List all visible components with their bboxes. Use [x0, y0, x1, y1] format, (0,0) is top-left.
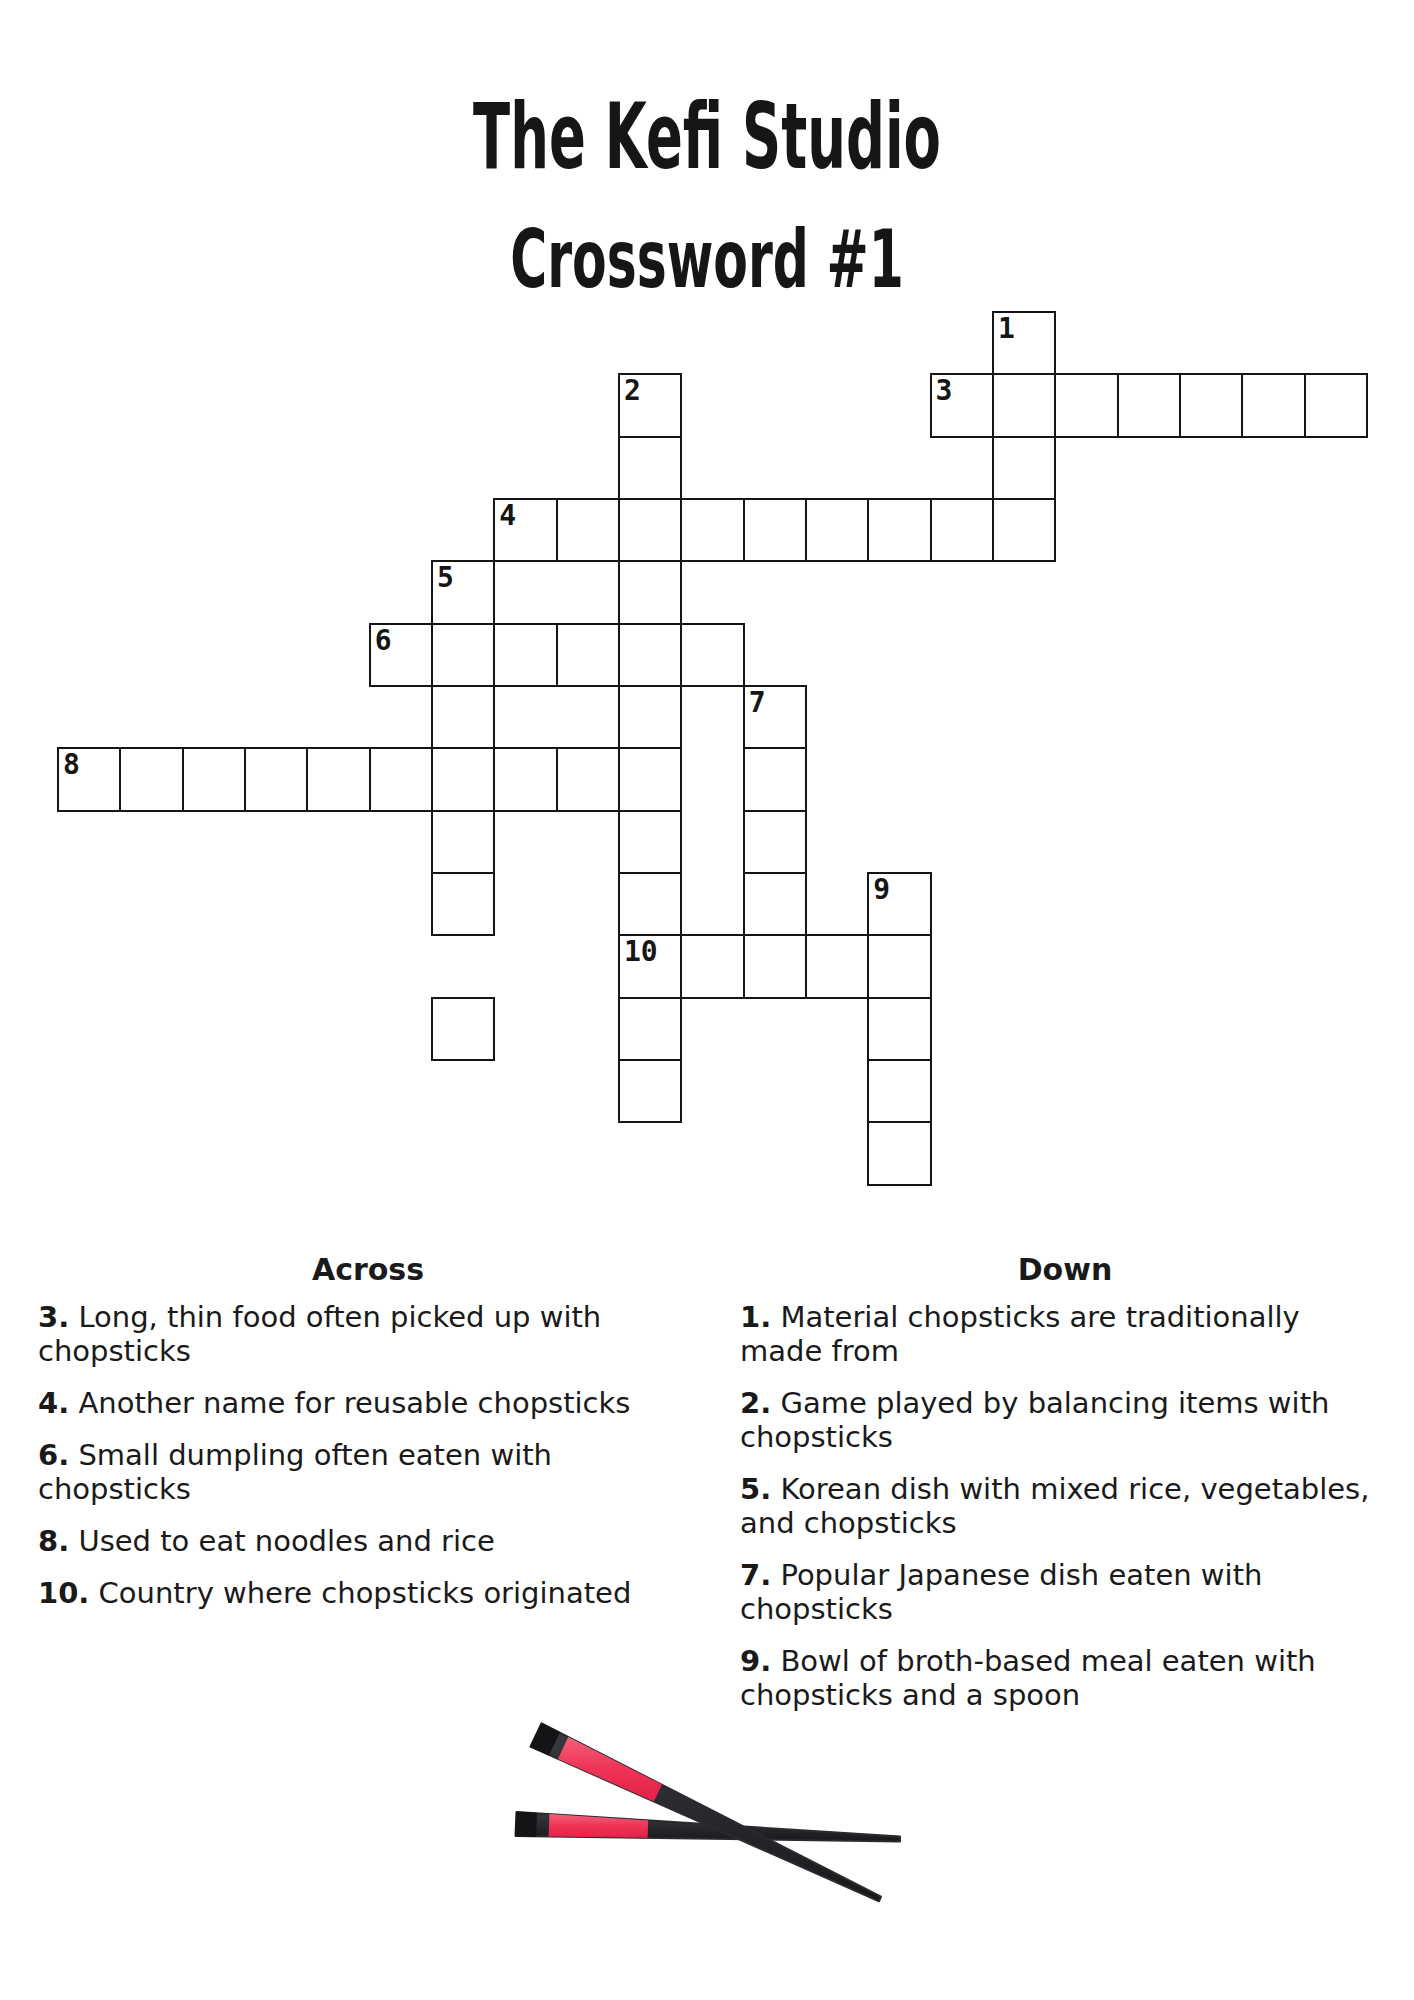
grid-cell[interactable]: 6 [369, 623, 433, 687]
grid-cell[interactable] [680, 934, 744, 998]
down-clues-section: Down 1. Material chopsticks are traditio… [740, 1252, 1390, 1730]
clue-text: Material chopsticks are traditionally ma… [740, 1300, 1300, 1368]
grid-cell[interactable] [618, 997, 682, 1061]
grid-cell[interactable]: 2 [618, 373, 682, 437]
cell-number: 8 [63, 750, 80, 780]
grid-cell[interactable] [244, 747, 308, 811]
grid-cell[interactable] [618, 872, 682, 936]
grid-cell[interactable] [556, 747, 620, 811]
grid-cell[interactable] [369, 747, 433, 811]
grid-cell[interactable] [743, 747, 807, 811]
grid-cell[interactable] [119, 747, 183, 811]
grid-cell[interactable] [618, 436, 682, 500]
grid-cell[interactable] [431, 623, 495, 687]
clue-across-10: 10. Country where chopsticks originated [38, 1576, 698, 1610]
cell-number: 2 [624, 376, 641, 406]
grid-cell[interactable] [618, 498, 682, 562]
grid-cell[interactable] [1304, 373, 1368, 437]
grid-cell[interactable] [306, 747, 370, 811]
grid-cell[interactable]: 3 [930, 373, 994, 437]
grid-cell[interactable] [431, 810, 495, 874]
grid-cell[interactable] [743, 934, 807, 998]
down-header: Down [740, 1252, 1390, 1287]
clue-down-1: 1. Material chopsticks are traditionally… [740, 1300, 1390, 1368]
grid-cell[interactable] [680, 498, 744, 562]
grid-cell[interactable] [867, 997, 931, 1061]
grid-cell[interactable] [743, 872, 807, 936]
cell-number: 4 [499, 501, 516, 531]
clue-number: 10. [38, 1576, 89, 1610]
grid-cell[interactable] [431, 997, 495, 1061]
grid-cell[interactable] [930, 498, 994, 562]
grid-cell[interactable]: 8 [57, 747, 121, 811]
clue-text: Another name for reusable chopsticks [78, 1386, 630, 1420]
clue-number: 9. [740, 1644, 771, 1678]
grid-cell[interactable] [431, 747, 495, 811]
grid-cell[interactable] [493, 747, 557, 811]
clue-text: Used to eat noodles and rice [78, 1524, 494, 1558]
clue-number: 3. [38, 1300, 69, 1334]
clue-number: 5. [740, 1472, 771, 1506]
across-clues-section: Across 3. Long, thin food often picked u… [38, 1252, 698, 1628]
clue-down-5: 5. Korean dish with mixed rice, vegetabl… [740, 1472, 1390, 1540]
grid-cell[interactable] [618, 623, 682, 687]
chopstick-upper [530, 1723, 881, 1901]
grid-cell[interactable] [867, 1059, 931, 1123]
grid-cell[interactable] [618, 560, 682, 624]
grid-cell[interactable] [992, 498, 1056, 562]
cell-number: 1 [998, 314, 1015, 344]
grid-cell[interactable]: 10 [618, 934, 682, 998]
grid-cell[interactable] [431, 872, 495, 936]
clue-text: Game played by balancing items with chop… [740, 1386, 1329, 1454]
page-subtitle: Crossword #1 [71, 220, 1344, 300]
grid-cell[interactable] [867, 498, 931, 562]
grid-cell[interactable] [1117, 373, 1181, 437]
clue-across-4: 4. Another name for reusable chopsticks [38, 1386, 698, 1420]
grid-cell[interactable] [182, 747, 246, 811]
grid-cell[interactable] [867, 934, 931, 998]
clue-down-2: 2. Game played by balancing items with c… [740, 1386, 1390, 1454]
grid-cell[interactable] [556, 498, 620, 562]
across-header: Across [38, 1252, 698, 1287]
clue-text: Korean dish with mixed rice, vegetables,… [740, 1472, 1369, 1540]
chopsticks-illustration [450, 1690, 950, 1970]
grid-cell[interactable] [1054, 373, 1118, 437]
clue-across-6: 6. Small dumpling often eaten with chops… [38, 1438, 698, 1506]
clue-number: 8. [38, 1524, 69, 1558]
page-title: The Kefi Studio [106, 91, 1308, 182]
cell-number: 3 [936, 376, 953, 406]
grid-cell[interactable] [431, 685, 495, 749]
grid-cell[interactable] [618, 747, 682, 811]
grid-cell[interactable] [618, 685, 682, 749]
clue-number: 4. [38, 1386, 69, 1420]
grid-cell[interactable] [618, 810, 682, 874]
grid-cell[interactable] [743, 498, 807, 562]
grid-cell[interactable] [680, 623, 744, 687]
clue-across-8: 8. Used to eat noodles and rice [38, 1524, 698, 1558]
grid-cell[interactable]: 7 [743, 685, 807, 749]
crossword-grid: 12345678910 [58, 312, 1367, 1185]
clue-number: 7. [740, 1558, 771, 1592]
clue-text: Country where chopsticks originated [99, 1576, 632, 1610]
clue-text: Popular Japanese dish eaten with chopsti… [740, 1558, 1262, 1626]
clue-number: 6. [38, 1438, 69, 1472]
cell-number: 10 [624, 937, 658, 967]
grid-cell[interactable]: 9 [867, 872, 931, 936]
grid-cell[interactable] [867, 1121, 931, 1185]
grid-cell[interactable] [805, 934, 869, 998]
clue-down-7: 7. Popular Japanese dish eaten with chop… [740, 1558, 1390, 1626]
grid-cell[interactable] [493, 623, 557, 687]
clue-text: Long, thin food often picked up with cho… [38, 1300, 601, 1368]
cell-number: 9 [873, 875, 890, 905]
grid-cell[interactable] [1241, 373, 1305, 437]
grid-cell[interactable]: 1 [992, 311, 1056, 375]
grid-cell[interactable] [743, 810, 807, 874]
clue-number: 1. [740, 1300, 771, 1334]
grid-cell[interactable] [618, 1059, 682, 1123]
grid-cell[interactable] [556, 623, 620, 687]
cell-number: 6 [375, 626, 392, 656]
grid-cell[interactable]: 5 [431, 560, 495, 624]
clue-across-3: 3. Long, thin food often picked up with … [38, 1300, 698, 1368]
cell-number: 7 [749, 688, 766, 718]
clue-text: Small dumpling often eaten with chopstic… [38, 1438, 552, 1506]
grid-cell[interactable]: 4 [493, 498, 557, 562]
grid-cell[interactable] [805, 498, 869, 562]
clue-number: 2. [740, 1386, 771, 1420]
grid-cell[interactable] [1179, 373, 1243, 437]
grid-cell[interactable] [992, 373, 1056, 437]
grid-cell[interactable] [992, 436, 1056, 500]
cell-number: 5 [437, 563, 454, 593]
